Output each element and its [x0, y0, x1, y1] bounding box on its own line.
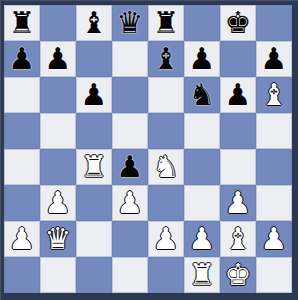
square-g7[interactable]	[220, 41, 256, 77]
square-g8[interactable]: ♚	[220, 5, 256, 41]
piece-black-pawn-f7[interactable]: ♟	[184, 41, 220, 77]
piece-white-bishop-h6[interactable]: ♝	[256, 77, 292, 113]
square-f1[interactable]: ♜	[184, 257, 220, 293]
square-h4[interactable]	[256, 149, 292, 185]
square-c2[interactable]	[76, 221, 112, 257]
square-h8[interactable]	[256, 5, 292, 41]
square-d6[interactable]	[112, 77, 148, 113]
square-f7[interactable]: ♟	[184, 41, 220, 77]
square-e8[interactable]: ♜	[148, 5, 184, 41]
square-f5[interactable]	[184, 113, 220, 149]
piece-black-pawn-a7[interactable]: ♟	[4, 41, 40, 77]
piece-black-king-g8[interactable]: ♚	[220, 5, 256, 41]
square-f8[interactable]	[184, 5, 220, 41]
square-g4[interactable]	[220, 149, 256, 185]
piece-white-pawn-g3[interactable]: ♟	[220, 185, 256, 221]
square-f2[interactable]: ♟	[184, 221, 220, 257]
square-d4[interactable]: ♟	[112, 149, 148, 185]
piece-white-pawn-b3[interactable]: ♟	[40, 185, 76, 221]
square-b4[interactable]	[40, 149, 76, 185]
square-a3[interactable]	[4, 185, 40, 221]
square-c6[interactable]: ♟	[76, 77, 112, 113]
square-e2[interactable]: ♟	[148, 221, 184, 257]
piece-black-queen-d8[interactable]: ♛	[112, 5, 148, 41]
piece-white-pawn-a2[interactable]: ♟	[4, 221, 40, 257]
square-g2[interactable]: ♝	[220, 221, 256, 257]
square-d5[interactable]	[112, 113, 148, 149]
square-c5[interactable]	[76, 113, 112, 149]
piece-white-pawn-f2[interactable]: ♟	[184, 221, 220, 257]
chess-board-frame: ♜♝♛♜♚♟♟♝♟♟♟♞♟♝♜♟♞♟♟♟♟♛♟♟♝♟♜♚	[0, 0, 298, 300]
square-b2[interactable]: ♛	[40, 221, 76, 257]
piece-white-rook-c4[interactable]: ♜	[76, 149, 112, 185]
square-a4[interactable]	[4, 149, 40, 185]
piece-white-pawn-h2[interactable]: ♟	[256, 221, 292, 257]
square-g6[interactable]: ♟	[220, 77, 256, 113]
square-b3[interactable]: ♟	[40, 185, 76, 221]
square-a7[interactable]: ♟	[4, 41, 40, 77]
square-a6[interactable]	[4, 77, 40, 113]
piece-black-pawn-d4[interactable]: ♟	[112, 149, 148, 185]
square-g5[interactable]	[220, 113, 256, 149]
piece-black-bishop-c8[interactable]: ♝	[76, 5, 112, 41]
piece-white-pawn-e2[interactable]: ♟	[148, 221, 184, 257]
square-c7[interactable]	[76, 41, 112, 77]
chess-board: ♜♝♛♜♚♟♟♝♟♟♟♞♟♝♜♟♞♟♟♟♟♛♟♟♝♟♜♚	[4, 5, 292, 293]
square-d7[interactable]	[112, 41, 148, 77]
square-b7[interactable]: ♟	[40, 41, 76, 77]
square-c4[interactable]: ♜	[76, 149, 112, 185]
square-f3[interactable]	[184, 185, 220, 221]
square-f6[interactable]: ♞	[184, 77, 220, 113]
square-g1[interactable]: ♚	[220, 257, 256, 293]
square-c1[interactable]	[76, 257, 112, 293]
square-g3[interactable]: ♟	[220, 185, 256, 221]
piece-black-rook-e8[interactable]: ♜	[148, 5, 184, 41]
square-e4[interactable]: ♞	[148, 149, 184, 185]
square-e5[interactable]	[148, 113, 184, 149]
square-h1[interactable]	[256, 257, 292, 293]
square-c3[interactable]	[76, 185, 112, 221]
square-h3[interactable]	[256, 185, 292, 221]
piece-white-rook-f1[interactable]: ♜	[184, 257, 220, 293]
piece-black-knight-f6[interactable]: ♞	[184, 77, 220, 113]
square-e1[interactable]	[148, 257, 184, 293]
square-d1[interactable]	[112, 257, 148, 293]
square-h2[interactable]: ♟	[256, 221, 292, 257]
square-e6[interactable]	[148, 77, 184, 113]
square-h5[interactable]	[256, 113, 292, 149]
square-h7[interactable]: ♟	[256, 41, 292, 77]
piece-white-bishop-g2[interactable]: ♝	[220, 221, 256, 257]
square-b5[interactable]	[40, 113, 76, 149]
square-a5[interactable]	[4, 113, 40, 149]
square-e3[interactable]	[148, 185, 184, 221]
square-a1[interactable]	[4, 257, 40, 293]
piece-white-knight-e4[interactable]: ♞	[148, 149, 184, 185]
piece-black-bishop-e7[interactable]: ♝	[148, 41, 184, 77]
square-f4[interactable]	[184, 149, 220, 185]
square-d3[interactable]: ♟	[112, 185, 148, 221]
square-e7[interactable]: ♝	[148, 41, 184, 77]
square-a8[interactable]: ♜	[4, 5, 40, 41]
piece-black-rook-a8[interactable]: ♜	[4, 5, 40, 41]
square-h6[interactable]: ♝	[256, 77, 292, 113]
square-b1[interactable]	[40, 257, 76, 293]
square-c8[interactable]: ♝	[76, 5, 112, 41]
square-d2[interactable]	[112, 221, 148, 257]
piece-black-pawn-b7[interactable]: ♟	[40, 41, 76, 77]
square-d8[interactable]: ♛	[112, 5, 148, 41]
square-b6[interactable]	[40, 77, 76, 113]
piece-white-king-g1[interactable]: ♚	[220, 257, 256, 293]
piece-black-pawn-h7[interactable]: ♟	[256, 41, 292, 77]
piece-black-pawn-c6[interactable]: ♟	[76, 77, 112, 113]
piece-white-pawn-d3[interactable]: ♟	[112, 185, 148, 221]
square-b8[interactable]	[40, 5, 76, 41]
piece-black-pawn-g6[interactable]: ♟	[220, 77, 256, 113]
piece-white-queen-b2[interactable]: ♛	[40, 221, 76, 257]
square-a2[interactable]: ♟	[4, 221, 40, 257]
